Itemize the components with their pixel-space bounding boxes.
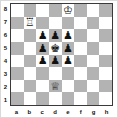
square-c1[interactable] — [36, 92, 49, 105]
rank-label-7: 7 — [1, 16, 10, 29]
file-label-a: a — [10, 106, 23, 117]
file-label-b: b — [23, 106, 36, 117]
piece-black-pawn-c4: ♟ — [38, 55, 48, 66]
file-label-h: h — [100, 106, 113, 117]
square-e3[interactable] — [62, 67, 75, 80]
rank-label-5: 5 — [1, 42, 10, 55]
rank-label-4: 4 — [1, 55, 10, 68]
square-f5[interactable] — [74, 42, 87, 55]
chess-diagram: 87654321 ♔♖♟♟♟♟♚♟♟♟♟♕ abcdefgh — [0, 0, 118, 118]
square-f4[interactable] — [74, 55, 87, 68]
square-f3[interactable] — [74, 67, 87, 80]
piece-white-rook-b7: ♖ — [25, 17, 35, 28]
square-a4[interactable] — [11, 55, 24, 68]
square-f6[interactable] — [74, 29, 87, 42]
rank-label-2: 2 — [1, 80, 10, 93]
rank-label-8: 8 — [1, 3, 10, 16]
square-g5[interactable] — [87, 42, 100, 55]
square-e4[interactable]: ♟ — [62, 55, 75, 68]
square-b1[interactable] — [24, 92, 37, 105]
piece-black-pawn-e5: ♟ — [63, 43, 73, 54]
square-d8[interactable] — [49, 4, 62, 17]
square-d5[interactable]: ♚ — [49, 42, 62, 55]
square-g3[interactable] — [87, 67, 100, 80]
piece-white-queen-d2: ♕ — [50, 81, 60, 92]
square-e6[interactable]: ♟ — [62, 29, 75, 42]
square-a1[interactable] — [11, 92, 24, 105]
file-label-c: c — [36, 106, 49, 117]
square-b5[interactable] — [24, 42, 37, 55]
piece-black-pawn-e6: ♟ — [63, 30, 73, 41]
square-c7[interactable] — [36, 17, 49, 30]
square-e2[interactable] — [62, 80, 75, 93]
square-d1[interactable] — [49, 92, 62, 105]
square-b8[interactable] — [24, 4, 37, 17]
square-a5[interactable] — [11, 42, 24, 55]
square-g1[interactable] — [87, 92, 100, 105]
piece-black-pawn-d4: ♟ — [50, 55, 60, 66]
rank-labels: 87654321 — [1, 3, 10, 106]
square-g7[interactable] — [87, 17, 100, 30]
square-c3[interactable] — [36, 67, 49, 80]
file-labels: abcdefgh — [10, 106, 113, 117]
square-d6[interactable]: ♟ — [49, 29, 62, 42]
piece-black-pawn-c5: ♟ — [38, 43, 48, 54]
square-g2[interactable] — [87, 80, 100, 93]
square-h5[interactable] — [99, 42, 112, 55]
square-e1[interactable] — [62, 92, 75, 105]
square-h2[interactable] — [99, 80, 112, 93]
square-d7[interactable] — [49, 17, 62, 30]
square-e5[interactable]: ♟ — [62, 42, 75, 55]
square-e7[interactable] — [62, 17, 75, 30]
square-c2[interactable] — [36, 80, 49, 93]
square-h8[interactable] — [99, 4, 112, 17]
square-f2[interactable] — [74, 80, 87, 93]
square-a7[interactable] — [11, 17, 24, 30]
square-b7[interactable]: ♖ — [24, 17, 37, 30]
square-g6[interactable] — [87, 29, 100, 42]
square-h7[interactable] — [99, 17, 112, 30]
square-h4[interactable] — [99, 55, 112, 68]
square-a2[interactable] — [11, 80, 24, 93]
rank-label-1: 1 — [1, 93, 10, 106]
square-d4[interactable]: ♟ — [49, 55, 62, 68]
square-b4[interactable] — [24, 55, 37, 68]
rank-label-3: 3 — [1, 67, 10, 80]
square-b2[interactable] — [24, 80, 37, 93]
square-f7[interactable] — [74, 17, 87, 30]
piece-black-king-d5: ♚ — [50, 43, 60, 54]
square-a8[interactable] — [11, 4, 24, 17]
square-h1[interactable] — [99, 92, 112, 105]
rank-label-6: 6 — [1, 29, 10, 42]
piece-black-pawn-e4: ♟ — [63, 55, 73, 66]
piece-white-king-e8: ♔ — [63, 5, 73, 16]
square-c6[interactable]: ♟ — [36, 29, 49, 42]
square-d3[interactable] — [49, 67, 62, 80]
square-e8[interactable]: ♔ — [62, 4, 75, 17]
square-a3[interactable] — [11, 67, 24, 80]
square-c8[interactable] — [36, 4, 49, 17]
square-g4[interactable] — [87, 55, 100, 68]
file-label-d: d — [49, 106, 62, 117]
square-c4[interactable]: ♟ — [36, 55, 49, 68]
file-label-f: f — [74, 106, 87, 117]
square-f1[interactable] — [74, 92, 87, 105]
square-f8[interactable] — [74, 4, 87, 17]
square-c5[interactable]: ♟ — [36, 42, 49, 55]
piece-black-pawn-d6: ♟ — [50, 30, 60, 41]
square-h3[interactable] — [99, 67, 112, 80]
square-g8[interactable] — [87, 4, 100, 17]
chess-board: ♔♖♟♟♟♟♚♟♟♟♟♕ — [10, 3, 113, 106]
square-d2[interactable]: ♕ — [49, 80, 62, 93]
square-h6[interactable] — [99, 29, 112, 42]
file-label-g: g — [87, 106, 100, 117]
square-b3[interactable] — [24, 67, 37, 80]
file-label-e: e — [62, 106, 75, 117]
square-a6[interactable] — [11, 29, 24, 42]
piece-black-pawn-c6: ♟ — [38, 30, 48, 41]
square-b6[interactable] — [24, 29, 37, 42]
